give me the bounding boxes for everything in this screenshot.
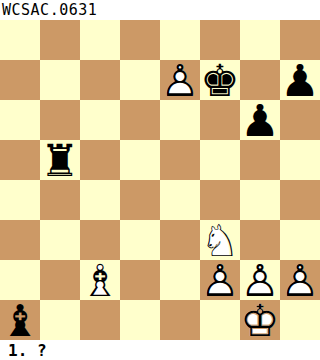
square-f1[interactable] [200,300,240,340]
piece-outline-layer: ♙ [160,61,200,101]
square-h1[interactable] [280,300,320,340]
square-c8[interactable] [80,20,120,60]
square-d4[interactable] [120,180,160,220]
piece-black-bishop[interactable]: ♝ [0,300,40,340]
square-b7[interactable] [40,60,80,100]
piece-black-pawn[interactable]: ♟ [280,60,320,100]
piece-outline-layer: ♗ [80,261,120,301]
square-d8[interactable] [120,20,160,60]
square-g3[interactable] [240,220,280,260]
square-b4[interactable] [40,180,80,220]
square-h8[interactable] [280,20,320,60]
chess-board: ♟♙♚♟♟♜♞♘♝♗♟♙♟♙♟♙♝♚♔ [0,20,320,340]
piece-outline-layer: ♙ [280,261,320,301]
piece-black-king[interactable]: ♚ [200,60,240,100]
piece-outline-layer: ♙ [200,261,240,301]
square-a8[interactable] [0,20,40,60]
square-c4[interactable] [80,180,120,220]
square-b2[interactable] [40,260,80,300]
square-c1[interactable] [80,300,120,340]
piece-white-king[interactable]: ♚♔ [240,300,280,340]
square-e7[interactable]: ♟♙ [160,60,200,100]
square-c2[interactable]: ♝♗ [80,260,120,300]
square-a3[interactable] [0,220,40,260]
piece-white-pawn[interactable]: ♟♙ [200,260,240,300]
square-b3[interactable] [40,220,80,260]
square-e4[interactable] [160,180,200,220]
square-f6[interactable] [200,100,240,140]
square-c6[interactable] [80,100,120,140]
puzzle-id: WCSAC.0631 [2,1,97,19]
square-a6[interactable] [0,100,40,140]
square-g4[interactable] [240,180,280,220]
piece-white-knight[interactable]: ♞♘ [200,220,240,260]
square-f7[interactable]: ♚ [200,60,240,100]
square-b6[interactable] [40,100,80,140]
square-g7[interactable] [240,60,280,100]
square-e6[interactable] [160,100,200,140]
square-g1[interactable]: ♚♔ [240,300,280,340]
square-d3[interactable] [120,220,160,260]
square-h2[interactable]: ♟♙ [280,260,320,300]
square-d6[interactable] [120,100,160,140]
piece-solid-layer: ♜ [40,141,80,181]
square-e1[interactable] [160,300,200,340]
title-bar: WCSAC.0631 [0,0,320,20]
piece-white-pawn[interactable]: ♟♙ [240,260,280,300]
piece-solid-layer: ♝ [0,301,40,341]
square-g2[interactable]: ♟♙ [240,260,280,300]
square-e5[interactable] [160,140,200,180]
square-f4[interactable] [200,180,240,220]
square-h6[interactable] [280,100,320,140]
square-a4[interactable] [0,180,40,220]
square-g5[interactable] [240,140,280,180]
square-c5[interactable] [80,140,120,180]
piece-white-pawn[interactable]: ♟♙ [280,260,320,300]
square-f8[interactable] [200,20,240,60]
square-d2[interactable] [120,260,160,300]
square-f2[interactable]: ♟♙ [200,260,240,300]
piece-black-rook[interactable]: ♜ [40,140,80,180]
piece-solid-layer: ♟ [280,61,320,101]
piece-white-bishop[interactable]: ♝♗ [80,260,120,300]
piece-white-pawn[interactable]: ♟♙ [160,60,200,100]
square-d5[interactable] [120,140,160,180]
square-h3[interactable] [280,220,320,260]
square-e3[interactable] [160,220,200,260]
square-f5[interactable] [200,140,240,180]
piece-outline-layer: ♔ [240,301,280,341]
piece-black-pawn[interactable]: ♟ [240,100,280,140]
square-d1[interactable] [120,300,160,340]
piece-solid-layer: ♟ [240,101,280,141]
square-a2[interactable] [0,260,40,300]
square-e8[interactable] [160,20,200,60]
square-g8[interactable] [240,20,280,60]
square-h4[interactable] [280,180,320,220]
square-a7[interactable] [0,60,40,100]
square-f3[interactable]: ♞♘ [200,220,240,260]
square-d7[interactable] [120,60,160,100]
square-a1[interactable]: ♝ [0,300,40,340]
square-h7[interactable]: ♟ [280,60,320,100]
square-c3[interactable] [80,220,120,260]
square-b1[interactable] [40,300,80,340]
square-h5[interactable] [280,140,320,180]
square-c7[interactable] [80,60,120,100]
piece-solid-layer: ♚ [200,61,240,101]
square-e2[interactable] [160,260,200,300]
square-g6[interactable]: ♟ [240,100,280,140]
square-a5[interactable] [0,140,40,180]
square-b8[interactable] [40,20,80,60]
square-b5[interactable]: ♜ [40,140,80,180]
